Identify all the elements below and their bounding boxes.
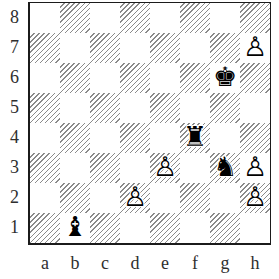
square-h6[interactable] xyxy=(240,63,270,93)
square-f8[interactable] xyxy=(180,3,210,33)
square-h3[interactable]: ♙ xyxy=(240,153,270,183)
square-e1[interactable] xyxy=(150,213,180,243)
square-c4[interactable] xyxy=(90,123,120,153)
square-a1[interactable] xyxy=(30,213,60,243)
square-a8[interactable] xyxy=(30,3,60,33)
rank-labels: 87654321 xyxy=(0,2,24,242)
file-label-e: e xyxy=(150,249,180,277)
square-b1[interactable]: ♝ xyxy=(60,213,90,243)
black-knight[interactable]: ♞ xyxy=(213,152,237,182)
square-e3[interactable]: ♙ xyxy=(150,153,180,183)
square-e2[interactable] xyxy=(150,183,180,213)
square-e4[interactable] xyxy=(150,123,180,153)
square-f6[interactable] xyxy=(180,63,210,93)
square-d6[interactable] xyxy=(120,63,150,93)
chessboard: ♙♚♜♙♞♙♙♙♝ xyxy=(28,2,271,245)
white-pawn[interactable]: ♙ xyxy=(243,152,267,182)
square-b6[interactable] xyxy=(60,63,90,93)
square-b8[interactable] xyxy=(60,3,90,33)
square-d2[interactable]: ♙ xyxy=(120,183,150,213)
square-g3[interactable]: ♞ xyxy=(210,153,240,183)
rank-label-2: 2 xyxy=(0,182,24,212)
square-d1[interactable] xyxy=(120,213,150,243)
file-labels: abcdefgh xyxy=(30,249,270,277)
chess-diagram: 87654321 ♙♚♜♙♞♙♙♙♝ abcdefgh xyxy=(0,0,279,279)
white-pawn[interactable]: ♙ xyxy=(123,182,147,212)
square-g7[interactable] xyxy=(210,33,240,63)
square-f4[interactable]: ♜ xyxy=(180,123,210,153)
file-label-d: d xyxy=(120,249,150,277)
square-b5[interactable] xyxy=(60,93,90,123)
square-g8[interactable] xyxy=(210,3,240,33)
file-label-h: h xyxy=(240,249,270,277)
black-king[interactable]: ♚ xyxy=(213,62,237,92)
square-d8[interactable] xyxy=(120,3,150,33)
square-a6[interactable] xyxy=(30,63,60,93)
square-h4[interactable] xyxy=(240,123,270,153)
square-a3[interactable] xyxy=(30,153,60,183)
file-label-c: c xyxy=(90,249,120,277)
square-c1[interactable] xyxy=(90,213,120,243)
rank-label-1: 1 xyxy=(0,212,24,242)
rank-label-3: 3 xyxy=(0,152,24,182)
file-label-b: b xyxy=(60,249,90,277)
square-g6[interactable]: ♚ xyxy=(210,63,240,93)
rank-label-6: 6 xyxy=(0,62,24,92)
square-h7[interactable]: ♙ xyxy=(240,33,270,63)
square-d3[interactable] xyxy=(120,153,150,183)
file-label-g: g xyxy=(210,249,240,277)
file-label-a: a xyxy=(30,249,60,277)
square-c6[interactable] xyxy=(90,63,120,93)
square-h5[interactable] xyxy=(240,93,270,123)
square-f1[interactable] xyxy=(180,213,210,243)
square-f5[interactable] xyxy=(180,93,210,123)
square-f3[interactable] xyxy=(180,153,210,183)
square-h8[interactable] xyxy=(240,3,270,33)
square-b4[interactable] xyxy=(60,123,90,153)
square-d7[interactable] xyxy=(120,33,150,63)
rank-label-7: 7 xyxy=(0,32,24,62)
white-pawn[interactable]: ♙ xyxy=(243,32,267,62)
square-c8[interactable] xyxy=(90,3,120,33)
rank-label-8: 8 xyxy=(0,2,24,32)
black-bishop[interactable]: ♝ xyxy=(63,212,87,242)
square-e6[interactable] xyxy=(150,63,180,93)
square-b2[interactable] xyxy=(60,183,90,213)
square-g2[interactable] xyxy=(210,183,240,213)
square-g5[interactable] xyxy=(210,93,240,123)
square-g1[interactable] xyxy=(210,213,240,243)
square-e8[interactable] xyxy=(150,3,180,33)
square-g4[interactable] xyxy=(210,123,240,153)
file-label-f: f xyxy=(180,249,210,277)
square-a4[interactable] xyxy=(30,123,60,153)
square-f7[interactable] xyxy=(180,33,210,63)
rank-label-5: 5 xyxy=(0,92,24,122)
square-f2[interactable] xyxy=(180,183,210,213)
white-pawn[interactable]: ♙ xyxy=(243,182,267,212)
square-h1[interactable] xyxy=(240,213,270,243)
square-b7[interactable] xyxy=(60,33,90,63)
square-a2[interactable] xyxy=(30,183,60,213)
black-rook[interactable]: ♜ xyxy=(183,122,207,152)
square-b3[interactable] xyxy=(60,153,90,183)
square-c5[interactable] xyxy=(90,93,120,123)
rank-label-4: 4 xyxy=(0,122,24,152)
square-d5[interactable] xyxy=(120,93,150,123)
square-a5[interactable] xyxy=(30,93,60,123)
square-d4[interactable] xyxy=(120,123,150,153)
square-e7[interactable] xyxy=(150,33,180,63)
square-h2[interactable]: ♙ xyxy=(240,183,270,213)
square-e5[interactable] xyxy=(150,93,180,123)
square-c2[interactable] xyxy=(90,183,120,213)
square-c7[interactable] xyxy=(90,33,120,63)
square-c3[interactable] xyxy=(90,153,120,183)
square-a7[interactable] xyxy=(30,33,60,63)
white-pawn[interactable]: ♙ xyxy=(153,152,177,182)
